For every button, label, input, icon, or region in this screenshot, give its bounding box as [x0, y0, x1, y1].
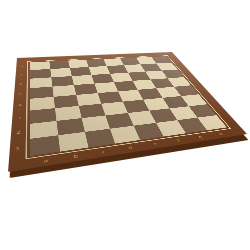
square-a1	[30, 135, 60, 156]
rank-label-4: 4	[18, 104, 22, 107]
rank-label-8: 8	[20, 65, 23, 67]
rank-label-5: 5	[18, 93, 22, 96]
rank-label-3: 3	[17, 116, 21, 120]
rank-label-2: 2	[16, 130, 20, 134]
board-grid	[30, 56, 227, 156]
file-label-g: g	[198, 135, 204, 139]
file-label-b: b	[73, 154, 78, 159]
file-label-f: f	[177, 139, 181, 143]
file-label-d: d	[128, 146, 133, 150]
file-label-a: a	[43, 159, 48, 164]
file-label-c: c	[102, 150, 107, 155]
file-label-e: e	[153, 142, 158, 146]
file-label-h: h	[219, 132, 225, 136]
product-photo-stage: abcdefgh87654321	[0, 0, 250, 250]
rank-label-6: 6	[19, 83, 23, 85]
square-b1	[58, 132, 88, 152]
rank-label-1: 1	[15, 146, 20, 151]
rank-label-7: 7	[20, 74, 23, 76]
